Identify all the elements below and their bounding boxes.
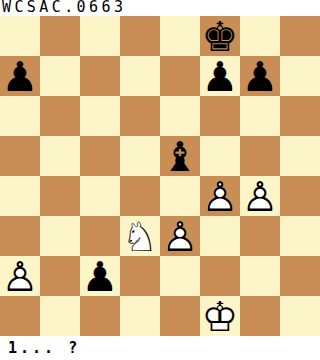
piece-white-knight[interactable]: ♞♘ — [120, 216, 160, 256]
square-g6[interactable] — [240, 96, 280, 136]
piece-black-bishop[interactable]: ♝ — [160, 136, 200, 176]
square-h7[interactable] — [280, 56, 320, 96]
square-g5[interactable] — [240, 136, 280, 176]
chess-trainer-window: WCSAC.0663 ♚♟♟♟♝♟♙♟♙♞♘♟♙♟♙♟♚♔ 1... ? — [0, 0, 320, 360]
square-f8[interactable]: ♚ — [200, 16, 240, 56]
square-e1[interactable] — [160, 296, 200, 336]
square-e7[interactable] — [160, 56, 200, 96]
square-d5[interactable] — [120, 136, 160, 176]
square-f4[interactable]: ♟♙ — [200, 176, 240, 216]
square-b5[interactable] — [40, 136, 80, 176]
piece-white-pawn[interactable]: ♟♙ — [0, 256, 40, 296]
white-king-outline-glyph: ♔ — [200, 297, 240, 336]
square-d2[interactable] — [120, 256, 160, 296]
square-f7[interactable]: ♟ — [200, 56, 240, 96]
square-f5[interactable] — [200, 136, 240, 176]
white-pawn-outline-glyph: ♙ — [240, 177, 280, 216]
square-g7[interactable]: ♟ — [240, 56, 280, 96]
square-a6[interactable] — [0, 96, 40, 136]
square-e3[interactable]: ♟♙ — [160, 216, 200, 256]
square-a8[interactable] — [0, 16, 40, 56]
square-b7[interactable] — [40, 56, 80, 96]
piece-white-pawn[interactable]: ♟♙ — [240, 176, 280, 216]
piece-black-pawn[interactable]: ♟ — [240, 56, 280, 96]
black-bishop-glyph: ♝ — [160, 137, 200, 176]
square-f1[interactable]: ♚♔ — [200, 296, 240, 336]
black-pawn-glyph: ♟ — [0, 57, 40, 96]
square-e8[interactable] — [160, 16, 200, 56]
square-h2[interactable] — [280, 256, 320, 296]
square-a2[interactable]: ♟♙ — [0, 256, 40, 296]
black-pawn-glyph: ♟ — [80, 257, 120, 296]
square-b4[interactable] — [40, 176, 80, 216]
square-c3[interactable] — [80, 216, 120, 256]
piece-white-pawn[interactable]: ♟♙ — [160, 216, 200, 256]
black-pawn-glyph: ♟ — [240, 57, 280, 96]
square-d3[interactable]: ♞♘ — [120, 216, 160, 256]
square-c6[interactable] — [80, 96, 120, 136]
square-f3[interactable] — [200, 216, 240, 256]
puzzle-title: WCSAC.0663 — [0, 0, 320, 16]
piece-black-pawn[interactable]: ♟ — [80, 256, 120, 296]
white-pawn-outline-glyph: ♙ — [200, 177, 240, 216]
black-king-glyph: ♚ — [200, 17, 240, 56]
square-g8[interactable] — [240, 16, 280, 56]
square-e4[interactable] — [160, 176, 200, 216]
square-h6[interactable] — [280, 96, 320, 136]
square-d1[interactable] — [120, 296, 160, 336]
piece-white-pawn[interactable]: ♟♙ — [200, 176, 240, 216]
square-a1[interactable] — [0, 296, 40, 336]
move-prompt: 1... ? — [0, 336, 320, 360]
square-a7[interactable]: ♟ — [0, 56, 40, 96]
square-f6[interactable] — [200, 96, 240, 136]
chess-board[interactable]: ♚♟♟♟♝♟♙♟♙♞♘♟♙♟♙♟♚♔ — [0, 16, 320, 336]
square-g2[interactable] — [240, 256, 280, 296]
square-c2[interactable]: ♟ — [80, 256, 120, 296]
square-a3[interactable] — [0, 216, 40, 256]
square-b6[interactable] — [40, 96, 80, 136]
square-d4[interactable] — [120, 176, 160, 216]
square-b8[interactable] — [40, 16, 80, 56]
piece-white-king[interactable]: ♚♔ — [200, 296, 240, 336]
square-b2[interactable] — [40, 256, 80, 296]
square-c7[interactable] — [80, 56, 120, 96]
square-h5[interactable] — [280, 136, 320, 176]
square-g1[interactable] — [240, 296, 280, 336]
piece-black-king[interactable]: ♚ — [200, 16, 240, 56]
square-d6[interactable] — [120, 96, 160, 136]
square-c5[interactable] — [80, 136, 120, 176]
square-a4[interactable] — [0, 176, 40, 216]
square-e5[interactable]: ♝ — [160, 136, 200, 176]
piece-black-pawn[interactable]: ♟ — [200, 56, 240, 96]
square-c4[interactable] — [80, 176, 120, 216]
white-knight-outline-glyph: ♘ — [120, 217, 160, 256]
square-b3[interactable] — [40, 216, 80, 256]
white-pawn-outline-glyph: ♙ — [0, 257, 40, 296]
square-d7[interactable] — [120, 56, 160, 96]
square-a5[interactable] — [0, 136, 40, 176]
black-pawn-glyph: ♟ — [200, 57, 240, 96]
square-b1[interactable] — [40, 296, 80, 336]
square-e6[interactable] — [160, 96, 200, 136]
square-h4[interactable] — [280, 176, 320, 216]
white-pawn-outline-glyph: ♙ — [160, 217, 200, 256]
piece-black-pawn[interactable]: ♟ — [0, 56, 40, 96]
square-g3[interactable] — [240, 216, 280, 256]
square-c1[interactable] — [80, 296, 120, 336]
square-f2[interactable] — [200, 256, 240, 296]
square-d8[interactable] — [120, 16, 160, 56]
square-c8[interactable] — [80, 16, 120, 56]
square-h1[interactable] — [280, 296, 320, 336]
square-h3[interactable] — [280, 216, 320, 256]
square-g4[interactable]: ♟♙ — [240, 176, 280, 216]
square-h8[interactable] — [280, 16, 320, 56]
square-e2[interactable] — [160, 256, 200, 296]
